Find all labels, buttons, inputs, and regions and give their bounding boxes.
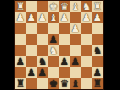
piece-bP-e4: ♟ bbox=[49, 35, 58, 45]
piece-wP-g2: ♟ bbox=[27, 13, 36, 23]
piece-wN-e5: ♞ bbox=[49, 46, 58, 56]
piece-wP-h2: ♟ bbox=[16, 13, 25, 23]
square-a1[interactable]: ♜ bbox=[92, 1, 103, 12]
square-c7[interactable] bbox=[70, 67, 81, 78]
square-a3[interactable] bbox=[92, 23, 103, 34]
piece-bP-c6: ♟ bbox=[71, 57, 80, 67]
square-h2[interactable]: ♟ bbox=[15, 12, 26, 23]
piece-wQ-d1: ♛ bbox=[60, 2, 69, 12]
right-letterbox-bar bbox=[104, 0, 120, 90]
square-e4[interactable]: ♟ bbox=[48, 34, 59, 45]
piece-wR-a1: ♜ bbox=[93, 2, 102, 12]
square-h5[interactable] bbox=[15, 45, 26, 56]
chess-app: ♜♚♛♝♞♜♟♟♟♝♟♟♟♟♟♞♞♟♞♟♟♟♟♟♜♚♛♝♜ bbox=[0, 0, 120, 90]
square-c2[interactable] bbox=[70, 12, 81, 23]
piece-bP-f7: ♟ bbox=[38, 68, 47, 78]
square-e6[interactable] bbox=[48, 56, 59, 67]
square-e5[interactable]: ♞ bbox=[48, 45, 59, 56]
piece-bP-a7: ♟ bbox=[93, 68, 102, 78]
square-b5[interactable] bbox=[81, 45, 92, 56]
piece-wB-c1: ♝ bbox=[71, 2, 80, 12]
square-h6[interactable]: ♟ bbox=[15, 56, 26, 67]
piece-bB-c8: ♝ bbox=[71, 79, 80, 89]
piece-wP-d2: ♟ bbox=[60, 13, 69, 23]
square-c6[interactable]: ♟ bbox=[70, 56, 81, 67]
square-f7[interactable]: ♟ bbox=[37, 67, 48, 78]
square-g1[interactable] bbox=[26, 1, 37, 12]
square-a6[interactable] bbox=[92, 56, 103, 67]
piece-wR-h1: ♜ bbox=[16, 2, 25, 12]
piece-bR-a8: ♜ bbox=[93, 79, 102, 89]
square-a5[interactable]: ♞ bbox=[92, 45, 103, 56]
square-a8[interactable]: ♜ bbox=[92, 78, 103, 89]
square-h3[interactable] bbox=[15, 23, 26, 34]
square-c3[interactable]: ♟ bbox=[70, 23, 81, 34]
square-g4[interactable] bbox=[26, 34, 37, 45]
square-f3[interactable] bbox=[37, 23, 48, 34]
chess-board[interactable]: ♜♚♛♝♞♜♟♟♟♝♟♟♟♟♟♞♞♟♞♟♟♟♟♟♜♚♛♝♜ bbox=[14, 0, 104, 90]
square-c1[interactable]: ♝ bbox=[70, 1, 81, 12]
square-e8[interactable]: ♚ bbox=[48, 78, 59, 89]
square-h4[interactable] bbox=[15, 34, 26, 45]
square-c8[interactable]: ♝ bbox=[70, 78, 81, 89]
piece-bK-e8: ♚ bbox=[49, 79, 58, 89]
piece-bP-g7: ♟ bbox=[27, 68, 36, 78]
square-a2[interactable]: ♟ bbox=[92, 12, 103, 23]
square-d2[interactable]: ♟ bbox=[59, 12, 70, 23]
piece-wP-a2: ♟ bbox=[93, 13, 102, 23]
square-h7[interactable] bbox=[15, 67, 26, 78]
square-b3[interactable] bbox=[81, 23, 92, 34]
square-e2[interactable]: ♝ bbox=[48, 12, 59, 23]
piece-bR-h8: ♜ bbox=[16, 79, 25, 89]
piece-bQ-d8: ♛ bbox=[60, 79, 69, 89]
square-f5[interactable] bbox=[37, 45, 48, 56]
square-e1[interactable]: ♚ bbox=[48, 1, 59, 12]
piece-wP-c3: ♟ bbox=[71, 24, 80, 34]
square-g2[interactable]: ♟ bbox=[26, 12, 37, 23]
left-letterbox-bar bbox=[0, 0, 14, 90]
square-d6[interactable]: ♟ bbox=[59, 56, 70, 67]
piece-bP-h6: ♟ bbox=[16, 57, 25, 67]
square-f4[interactable] bbox=[37, 34, 48, 45]
square-g3[interactable] bbox=[26, 23, 37, 34]
square-g8[interactable] bbox=[26, 78, 37, 89]
square-d3[interactable] bbox=[59, 23, 70, 34]
piece-bN-a5: ♞ bbox=[93, 46, 102, 56]
square-a4[interactable] bbox=[92, 34, 103, 45]
piece-bP-d6: ♟ bbox=[60, 57, 69, 67]
piece-wK-e1: ♚ bbox=[49, 2, 58, 12]
square-e7[interactable] bbox=[48, 67, 59, 78]
square-b7[interactable] bbox=[81, 67, 92, 78]
piece-wN-b1: ♞ bbox=[82, 2, 91, 12]
square-b2[interactable]: ♟ bbox=[81, 12, 92, 23]
square-b4[interactable] bbox=[81, 34, 92, 45]
square-b1[interactable]: ♞ bbox=[81, 1, 92, 12]
piece-wP-f2: ♟ bbox=[38, 13, 47, 23]
square-e3[interactable] bbox=[48, 23, 59, 34]
piece-wB-e2: ♝ bbox=[49, 13, 58, 23]
square-f8[interactable] bbox=[37, 78, 48, 89]
square-g5[interactable] bbox=[26, 45, 37, 56]
square-f2[interactable]: ♟ bbox=[37, 12, 48, 23]
square-d5[interactable] bbox=[59, 45, 70, 56]
square-f1[interactable] bbox=[37, 1, 48, 12]
square-c5[interactable] bbox=[70, 45, 81, 56]
square-b6[interactable] bbox=[81, 56, 92, 67]
square-f6[interactable]: ♞ bbox=[37, 56, 48, 67]
square-d4[interactable] bbox=[59, 34, 70, 45]
square-c4[interactable] bbox=[70, 34, 81, 45]
square-d8[interactable]: ♛ bbox=[59, 78, 70, 89]
piece-wP-b2: ♟ bbox=[82, 13, 91, 23]
square-h1[interactable]: ♜ bbox=[15, 1, 26, 12]
square-g6[interactable] bbox=[26, 56, 37, 67]
square-d1[interactable]: ♛ bbox=[59, 1, 70, 12]
piece-bN-f6: ♞ bbox=[38, 57, 47, 67]
square-b8[interactable] bbox=[81, 78, 92, 89]
square-h8[interactable]: ♜ bbox=[15, 78, 26, 89]
square-d7[interactable] bbox=[59, 67, 70, 78]
square-a7[interactable]: ♟ bbox=[92, 67, 103, 78]
square-g7[interactable]: ♟ bbox=[26, 67, 37, 78]
